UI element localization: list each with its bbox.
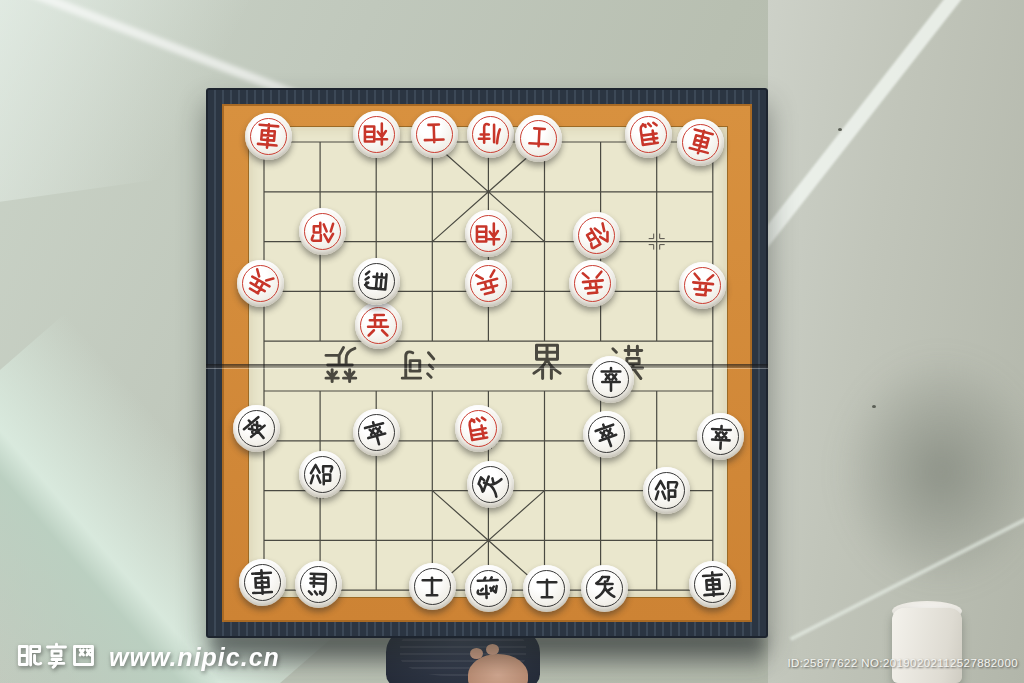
piece-black-advisor-right[interactable] [523,565,570,612]
tissue-roll [892,608,962,683]
piece-character [633,118,665,150]
piece-black-horse-right[interactable] [353,258,400,305]
watermark-id: ID:25877622 NO:20190202112527882000 [787,657,1018,669]
table-shadow [836,352,1024,592]
piece-red-soldier-c[interactable] [569,260,616,307]
piece-red-soldier-b[interactable] [465,260,512,307]
watermark-url: www.nipic.cn [109,643,280,672]
piece-red-advisor-right[interactable] [515,115,562,162]
piece-character [474,220,502,248]
piece-character [591,574,619,602]
piece-red-general[interactable] [467,111,514,158]
piece-black-chariot-left[interactable] [239,559,286,606]
piece-red-elephant-left[interactable] [353,111,400,158]
piece-character [597,365,625,393]
piece-character [364,311,392,339]
piece-red-chariot-left[interactable] [245,113,292,160]
foot [468,654,528,683]
piece-black-cannon-right[interactable] [643,467,690,514]
floor-right [768,0,1024,683]
piece-character [474,574,503,603]
piece-character [706,422,735,451]
piece-character [304,570,333,599]
piece-character [361,266,391,296]
glass-edge-line [790,483,1024,641]
piece-black-soldier-a[interactable] [233,405,280,452]
watermark-site: www.nipic.cn [16,642,280,673]
piece-character [308,461,336,489]
piece-character [308,218,336,246]
piece-character [418,572,446,600]
piece-red-soldier-a[interactable] [237,260,284,307]
piece-character [253,121,283,151]
piece-character [533,574,561,602]
photo-stage: www.nipic.cn ID:25877622 NO:201902021125… [0,0,1024,683]
piece-character [577,268,607,298]
piece-red-soldier-e[interactable] [355,302,402,349]
piece-red-advisor-left[interactable] [411,111,458,158]
piece-black-elephant-left[interactable] [467,461,514,508]
watermark-site-name [16,642,97,673]
piece-red-cannon-right[interactable] [573,212,620,259]
piece-red-cannon-left[interactable] [299,208,346,255]
piece-character [462,413,494,445]
speck [872,405,876,408]
piece-character [688,270,718,300]
xiangqi-board[interactable] [206,88,768,638]
piece-black-soldier-b[interactable] [353,409,400,456]
piece-character [524,123,553,152]
piece-black-cannon-left[interactable] [299,451,346,498]
piece-black-horse-left[interactable] [295,561,342,608]
piece-red-horse-right[interactable] [625,111,672,158]
piece-red-elephant-right[interactable] [465,210,512,257]
piece-character [362,120,390,148]
board-reflection [212,634,764,674]
tissue-roll-top [892,601,962,621]
piece-black-elephant-right[interactable] [581,565,628,612]
speck [838,128,842,131]
piece-character [420,120,449,149]
piece-red-soldier-d[interactable] [679,262,726,309]
piece-character [247,567,276,596]
piece-black-general[interactable] [465,565,512,612]
toe [486,644,499,655]
piece-character [653,477,681,505]
piece-red-chariot-right[interactable] [677,119,724,166]
piece-black-soldier-e[interactable] [587,356,634,403]
fold-seam-highlight [206,368,768,369]
piece-black-chariot-right[interactable] [689,561,736,608]
toe [470,648,483,659]
piece-character [698,569,728,599]
piece-black-advisor-left[interactable] [409,563,456,610]
piece-red-horse-left[interactable] [455,405,502,452]
piece-character [476,120,504,148]
